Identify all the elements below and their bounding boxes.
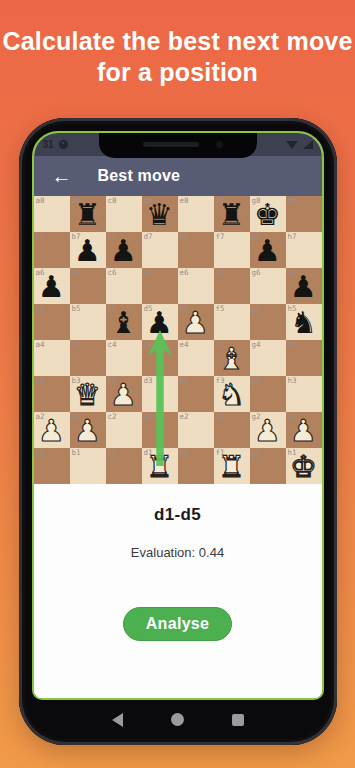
square-d3[interactable]: d3 (142, 376, 178, 412)
square-c1[interactable]: c1 (106, 448, 142, 484)
square-b2[interactable]: b2♟ (70, 412, 106, 448)
square-a1[interactable]: a1 (34, 448, 70, 484)
square-e2[interactable]: e2 (178, 412, 214, 448)
square-coordinate: d1 (144, 449, 153, 457)
square-coordinate: c4 (108, 341, 117, 349)
square-h7[interactable]: h7 (286, 232, 322, 268)
square-coordinate: c5 (108, 305, 117, 313)
square-c2[interactable]: c2 (106, 412, 142, 448)
square-coordinate: b6 (72, 269, 81, 277)
square-h2[interactable]: h2♟ (286, 412, 322, 448)
square-coordinate: f2 (216, 413, 225, 421)
evaluation-value: 0.44 (199, 545, 224, 560)
square-f2[interactable]: f2 (214, 412, 250, 448)
square-d2[interactable]: d2 (142, 412, 178, 448)
square-coordinate: e1 (180, 449, 189, 457)
app-bar: ← Best move (34, 156, 322, 196)
square-coordinate: a5 (36, 305, 45, 313)
square-h6[interactable]: h6♟ (286, 268, 322, 304)
square-h4[interactable]: h4 (286, 340, 322, 376)
nav-recents-button[interactable] (228, 710, 248, 730)
evaluation-text: Evaluation: 0.44 (34, 545, 322, 560)
square-h5[interactable]: h5♞ (286, 304, 322, 340)
square-d4[interactable]: d4 (142, 340, 178, 376)
square-coordinate: b1 (72, 449, 81, 457)
square-coordinate: e6 (180, 269, 189, 277)
square-coordinate: f8 (216, 197, 225, 205)
square-c6[interactable]: c6 (106, 268, 142, 304)
page-title-line2: for a position (97, 58, 258, 86)
square-c5[interactable]: c5♝ (106, 304, 142, 340)
square-a7[interactable]: a7 (34, 232, 70, 268)
square-coordinate: b4 (72, 341, 81, 349)
arrow-left-icon: ← (52, 166, 72, 186)
square-coordinate: g8 (252, 197, 261, 205)
status-time: 31 (43, 139, 54, 150)
square-f7[interactable]: f7 (214, 232, 250, 268)
square-e1[interactable]: e1 (178, 448, 214, 484)
square-h8[interactable]: h8 (286, 196, 322, 232)
square-coordinate: a2 (36, 413, 45, 421)
square-coordinate: g6 (252, 269, 261, 277)
square-g7[interactable]: g7♟ (250, 232, 286, 268)
square-coordinate: h1 (288, 449, 297, 457)
square-e4[interactable]: e4 (178, 340, 214, 376)
square-coordinate: c2 (108, 413, 117, 421)
square-e7[interactable]: e7 (178, 232, 214, 268)
square-coordinate: h5 (288, 305, 297, 313)
square-b1[interactable]: b1 (70, 448, 106, 484)
square-coordinate: f4 (216, 341, 225, 349)
square-d8[interactable]: d8♛ (142, 196, 178, 232)
square-e5[interactable]: e5♟ (178, 304, 214, 340)
square-b3[interactable]: b3♛ (70, 376, 106, 412)
square-coordinate: f5 (216, 305, 225, 313)
square-coordinate: b8 (72, 197, 81, 205)
square-h1[interactable]: h1♚ (286, 448, 322, 484)
square-d5[interactable]: d5♟ (142, 304, 178, 340)
square-coordinate: a6 (36, 269, 45, 277)
square-coordinate: g2 (252, 413, 261, 421)
wifi-icon (286, 141, 298, 149)
square-c8[interactable]: c8 (106, 196, 142, 232)
square-coordinate: b3 (72, 377, 81, 385)
cellular-signal-icon (303, 140, 313, 149)
square-a3[interactable]: a3 (34, 376, 70, 412)
square-a5[interactable]: a5 (34, 304, 70, 340)
square-coordinate: a1 (36, 449, 45, 457)
square-coordinate: e3 (180, 377, 189, 385)
square-coordinate: h7 (288, 233, 297, 241)
square-g5[interactable]: g5 (250, 304, 286, 340)
best-move-text: d1-d5 (34, 484, 322, 525)
square-coordinate: g3 (252, 377, 261, 385)
square-e8[interactable]: e8 (178, 196, 214, 232)
square-b8[interactable]: b8♜ (70, 196, 106, 232)
square-coordinate: e4 (180, 341, 189, 349)
square-c7[interactable]: c7♟ (106, 232, 142, 268)
result-panel: d1-d5 Evaluation: 0.44 Analyse (34, 484, 322, 700)
square-coordinate: f3 (216, 377, 225, 385)
square-f1[interactable]: f1♜ (214, 448, 250, 484)
notch (99, 133, 257, 158)
square-h3[interactable]: h3 (286, 376, 322, 412)
chess-board: a8b8♜c8d8♛e8f8♜g8♚h8a7b7♟c7♟d7e7f7g7♟h7a… (34, 196, 322, 484)
square-coordinate: b2 (72, 413, 81, 421)
square-coordinate: d4 (144, 341, 153, 349)
square-b7[interactable]: b7♟ (70, 232, 106, 268)
square-coordinate: c3 (108, 377, 117, 385)
app-notification-icon (59, 140, 68, 149)
page-title-line1: Calculate the best next move (2, 27, 352, 55)
square-g6[interactable]: g6 (250, 268, 286, 304)
square-a2[interactable]: a2♟ (34, 412, 70, 448)
square-coordinate: g4 (252, 341, 261, 349)
square-coordinate: e2 (180, 413, 189, 421)
square-a6[interactable]: a6♟ (34, 268, 70, 304)
square-coordinate: a3 (36, 377, 45, 385)
square-coordinate: d5 (144, 305, 153, 313)
square-d7[interactable]: d7 (142, 232, 178, 268)
square-g1[interactable]: g1 (250, 448, 286, 484)
square-coordinate: f1 (216, 449, 225, 457)
app-bar-title: Best move (98, 167, 181, 185)
nav-back-button[interactable] (108, 710, 128, 730)
square-b4[interactable]: b4 (70, 340, 106, 376)
square-coordinate: g7 (252, 233, 261, 241)
android-nav-bar (32, 700, 324, 745)
square-coordinate: g5 (252, 305, 261, 313)
square-f6[interactable]: f6 (214, 268, 250, 304)
front-camera (216, 141, 223, 148)
phone-frame: 31 ← Best move a8b8♜c8d8♛e8f8♜g8♚h8a7b7♟… (19, 118, 337, 745)
square-g3[interactable]: g3 (250, 376, 286, 412)
square-a4[interactable]: a4 (34, 340, 70, 376)
square-coordinate: f6 (216, 269, 225, 277)
speaker-grill (143, 142, 199, 147)
back-triangle-icon (112, 713, 123, 727)
analyse-button[interactable]: Analyse (123, 607, 232, 641)
square-g8[interactable]: g8♚ (250, 196, 286, 232)
square-coordinate: h6 (288, 269, 297, 277)
square-coordinate: d3 (144, 377, 153, 385)
square-d6[interactable]: d6 (142, 268, 178, 304)
square-g2[interactable]: g2♟ (250, 412, 286, 448)
square-coordinate: a4 (36, 341, 45, 349)
square-a8[interactable]: a8 (34, 196, 70, 232)
square-coordinate: d6 (144, 269, 153, 277)
square-coordinate: c7 (108, 233, 117, 241)
square-coordinate: c1 (108, 449, 117, 457)
phone-screen: 31 ← Best move a8b8♜c8d8♛e8f8♜g8♚h8a7b7♟… (32, 131, 324, 700)
square-coordinate: h2 (288, 413, 297, 421)
square-g4[interactable]: g4 (250, 340, 286, 376)
evaluation-label: Evaluation: (131, 545, 195, 560)
square-e6[interactable]: e6 (178, 268, 214, 304)
square-coordinate: h3 (288, 377, 297, 385)
square-b6[interactable]: b6 (70, 268, 106, 304)
square-coordinate: e7 (180, 233, 189, 241)
back-button[interactable]: ← (48, 162, 76, 190)
square-f3[interactable]: f3♞ (214, 376, 250, 412)
square-coordinate: d8 (144, 197, 153, 205)
square-coordinate: d2 (144, 413, 153, 421)
recents-square-icon (232, 714, 244, 726)
board-area: a8b8♜c8d8♛e8f8♜g8♚h8a7b7♟c7♟d7e7f7g7♟h7a… (34, 196, 322, 484)
nav-home-button[interactable] (168, 710, 188, 730)
square-coordinate: a7 (36, 233, 45, 241)
square-coordinate: d7 (144, 233, 153, 241)
square-d1[interactable]: d1♜ (142, 448, 178, 484)
square-coordinate: f7 (216, 233, 225, 241)
square-f4[interactable]: f4♝ (214, 340, 250, 376)
square-coordinate: b5 (72, 305, 81, 313)
square-coordinate: b7 (72, 233, 81, 241)
square-coordinate: g1 (252, 449, 261, 457)
square-e3[interactable]: e3 (178, 376, 214, 412)
square-coordinate: a8 (36, 197, 45, 205)
page-title: Calculate the best next move for a posit… (0, 0, 355, 88)
home-circle-icon (171, 713, 184, 726)
square-coordinate: c6 (108, 269, 117, 277)
square-f5[interactable]: f5 (214, 304, 250, 340)
square-coordinate: e8 (180, 197, 189, 205)
square-c3[interactable]: c3♟ (106, 376, 142, 412)
square-coordinate: c8 (108, 197, 117, 205)
square-c4[interactable]: c4 (106, 340, 142, 376)
square-coordinate: e5 (180, 305, 189, 313)
square-coordinate: h4 (288, 341, 297, 349)
square-b5[interactable]: b5 (70, 304, 106, 340)
square-coordinate: h8 (288, 197, 297, 205)
square-f8[interactable]: f8♜ (214, 196, 250, 232)
